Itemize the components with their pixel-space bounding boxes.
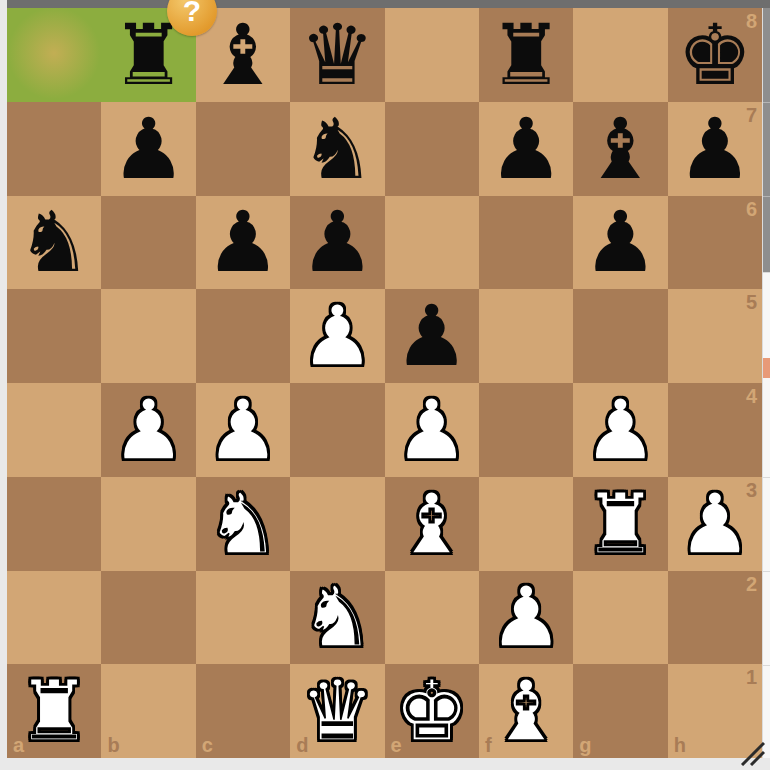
- rail-divider: [763, 571, 770, 572]
- top-window-bar: [7, 0, 770, 8]
- square-h6[interactable]: 6: [668, 196, 762, 290]
- piece-white-pawn-f2[interactable]: ♟: [479, 571, 573, 665]
- rank-label-3: 3: [746, 479, 757, 502]
- file-label-c: c: [202, 734, 213, 757]
- square-e5[interactable]: ♟: [385, 289, 479, 383]
- square-a8[interactable]: [7, 8, 101, 102]
- file-label-b: b: [107, 734, 119, 757]
- rail-divider: [763, 196, 770, 197]
- file-label-d: d: [296, 734, 308, 757]
- rail-divider: [763, 477, 770, 478]
- square-f2[interactable]: ♟: [479, 571, 573, 665]
- square-a2[interactable]: [7, 571, 101, 665]
- square-h2[interactable]: 2: [668, 571, 762, 665]
- piece-black-queen-d8[interactable]: ♛: [290, 8, 384, 102]
- piece-white-knight-d2[interactable]: ♞: [290, 571, 384, 665]
- page-scrollbar[interactable]: [762, 8, 770, 758]
- square-c5[interactable]: [196, 289, 290, 383]
- mistake-glyph: ?: [183, 0, 201, 28]
- square-g5[interactable]: [573, 289, 667, 383]
- piece-black-rook-f8[interactable]: ♜: [479, 8, 573, 102]
- file-label-a: a: [13, 734, 24, 757]
- scrollbar-thumb[interactable]: [763, 8, 770, 272]
- piece-black-pawn-b7[interactable]: ♟: [101, 102, 195, 196]
- square-b4[interactable]: ♟: [101, 383, 195, 477]
- piece-white-queen-d1[interactable]: ♛: [290, 664, 384, 758]
- square-c3[interactable]: ♞: [196, 477, 290, 571]
- square-h7[interactable]: 7♟: [668, 102, 762, 196]
- square-b3[interactable]: [101, 477, 195, 571]
- square-b2[interactable]: [101, 571, 195, 665]
- bottom-page-margin: [0, 758, 770, 770]
- square-h8[interactable]: 8♚: [668, 8, 762, 102]
- piece-black-knight-d7[interactable]: ♞: [290, 102, 384, 196]
- square-d6[interactable]: ♟: [290, 196, 384, 290]
- piece-black-bishop-g7[interactable]: ♝: [573, 102, 667, 196]
- piece-white-pawn-d5[interactable]: ♟: [290, 289, 384, 383]
- chess-board: ♜♝♛♜8♚♟♞♟♝7♟♞♟♟♟6♟♟5♟♟♟♟4♞♝♜3♟♞♟2a♜bcd♛e…: [7, 8, 762, 758]
- square-c7[interactable]: [196, 102, 290, 196]
- square-c1[interactable]: c: [196, 664, 290, 758]
- square-g3[interactable]: ♜: [573, 477, 667, 571]
- page: { "game": "chess", "position": { "fen": …: [0, 0, 770, 770]
- square-h3[interactable]: 3♟: [668, 477, 762, 571]
- square-d3[interactable]: [290, 477, 384, 571]
- square-g7[interactable]: ♝: [573, 102, 667, 196]
- square-e7[interactable]: [385, 102, 479, 196]
- square-b7[interactable]: ♟: [101, 102, 195, 196]
- square-f8[interactable]: ♜: [479, 8, 573, 102]
- piece-white-knight-c3[interactable]: ♞: [196, 477, 290, 571]
- square-d2[interactable]: ♞: [290, 571, 384, 665]
- square-h5[interactable]: 5: [668, 289, 762, 383]
- file-label-g: g: [579, 734, 591, 757]
- board-resize-handle[interactable]: [739, 742, 765, 766]
- piece-black-king-h8[interactable]: ♚: [668, 8, 762, 102]
- square-b6[interactable]: [101, 196, 195, 290]
- rank-label-5: 5: [746, 291, 757, 314]
- square-g8[interactable]: [573, 8, 667, 102]
- square-a1[interactable]: a♜: [7, 664, 101, 758]
- piece-black-pawn-e5[interactable]: ♟: [385, 289, 479, 383]
- square-a3[interactable]: [7, 477, 101, 571]
- square-a4[interactable]: [7, 383, 101, 477]
- square-e6[interactable]: [385, 196, 479, 290]
- square-f1[interactable]: f♝: [479, 664, 573, 758]
- rank-label-7: 7: [746, 104, 757, 127]
- scrollbar-marker: [763, 358, 770, 378]
- rail-divider: [763, 665, 770, 666]
- rank-label-4: 4: [746, 385, 757, 408]
- piece-black-knight-a6[interactable]: ♞: [7, 196, 101, 290]
- piece-white-rook-g3[interactable]: ♜: [573, 477, 667, 571]
- square-g4[interactable]: ♟: [573, 383, 667, 477]
- file-label-e: e: [391, 734, 402, 757]
- piece-white-king-e1[interactable]: ♚: [385, 664, 479, 758]
- square-f3[interactable]: [479, 477, 573, 571]
- square-h4[interactable]: 4: [668, 383, 762, 477]
- square-a5[interactable]: [7, 289, 101, 383]
- piece-black-pawn-h7[interactable]: ♟: [668, 102, 762, 196]
- rail-divider: [763, 102, 770, 103]
- rank-label-8: 8: [746, 10, 757, 33]
- square-e2[interactable]: [385, 571, 479, 665]
- rank-label-2: 2: [746, 573, 757, 596]
- file-label-f: f: [485, 734, 492, 757]
- square-d5[interactable]: ♟: [290, 289, 384, 383]
- square-e3[interactable]: ♝: [385, 477, 479, 571]
- square-f7[interactable]: ♟: [479, 102, 573, 196]
- piece-black-pawn-d6[interactable]: ♟: [290, 196, 384, 290]
- piece-black-pawn-c6[interactable]: ♟: [196, 196, 290, 290]
- left-page-margin: [0, 0, 7, 770]
- square-c4[interactable]: ♟: [196, 383, 290, 477]
- square-d8[interactable]: ♛: [290, 8, 384, 102]
- square-a7[interactable]: [7, 102, 101, 196]
- piece-white-pawn-c4[interactable]: ♟: [196, 383, 290, 477]
- square-b1[interactable]: b: [101, 664, 195, 758]
- piece-white-rook-a1[interactable]: ♜: [7, 664, 101, 758]
- square-d1[interactable]: d♛: [290, 664, 384, 758]
- rail-divider: [763, 272, 770, 273]
- piece-white-bishop-e3[interactable]: ♝: [385, 477, 479, 571]
- square-g1[interactable]: g: [573, 664, 667, 758]
- piece-white-bishop-f1[interactable]: ♝: [479, 664, 573, 758]
- piece-black-pawn-f7[interactable]: ♟: [479, 102, 573, 196]
- square-g2[interactable]: [573, 571, 667, 665]
- square-f6[interactable]: [479, 196, 573, 290]
- square-d4[interactable]: [290, 383, 384, 477]
- rank-label-1: 1: [746, 666, 757, 689]
- file-label-h: h: [674, 734, 686, 757]
- square-f5[interactable]: [479, 289, 573, 383]
- square-c2[interactable]: [196, 571, 290, 665]
- square-d7[interactable]: ♞: [290, 102, 384, 196]
- square-e1[interactable]: e♚: [385, 664, 479, 758]
- square-c6[interactable]: ♟: [196, 196, 290, 290]
- square-f4[interactable]: [479, 383, 573, 477]
- square-b5[interactable]: [101, 289, 195, 383]
- piece-white-pawn-b4[interactable]: ♟: [101, 383, 195, 477]
- square-a6[interactable]: ♞: [7, 196, 101, 290]
- square-e4[interactable]: ♟: [385, 383, 479, 477]
- square-e8[interactable]: [385, 8, 479, 102]
- square-g6[interactable]: ♟: [573, 196, 667, 290]
- piece-black-pawn-g6[interactable]: ♟: [573, 196, 667, 290]
- piece-white-pawn-e4[interactable]: ♟: [385, 383, 479, 477]
- piece-white-pawn-h3[interactable]: ♟: [668, 477, 762, 571]
- rank-label-6: 6: [746, 198, 757, 221]
- piece-white-pawn-g4[interactable]: ♟: [573, 383, 667, 477]
